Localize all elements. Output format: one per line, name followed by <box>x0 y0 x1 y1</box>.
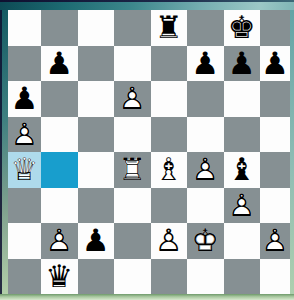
square-a8[interactable] <box>8 10 41 46</box>
square-e6[interactable] <box>151 81 188 117</box>
black-pawn-piece: ♟ <box>78 223 115 259</box>
square-a2[interactable] <box>8 223 41 259</box>
square-e5[interactable] <box>151 117 188 153</box>
square-d1[interactable] <box>114 259 151 295</box>
square-a7[interactable] <box>8 46 41 82</box>
square-f7[interactable]: ♟ <box>187 46 224 82</box>
square-d5[interactable] <box>114 117 151 153</box>
square-a6[interactable]: ♟ <box>8 81 41 117</box>
square-f2[interactable]: ♚♔ <box>187 223 224 259</box>
black-king-piece: ♚ <box>224 10 261 46</box>
square-f8[interactable] <box>187 10 224 46</box>
square-b8[interactable] <box>41 10 78 46</box>
square-b6[interactable] <box>41 81 78 117</box>
frame-top-border <box>0 2 294 10</box>
square-c3[interactable] <box>78 188 115 224</box>
square-g8[interactable]: ♚ <box>224 10 261 46</box>
square-b5[interactable] <box>41 117 78 153</box>
square-f6[interactable] <box>187 81 224 117</box>
square-b1[interactable]: ♛ <box>41 259 78 295</box>
white-pawn-piece: ♟♙ <box>224 188 261 224</box>
square-h8[interactable] <box>260 10 290 46</box>
white-pawn-piece: ♟♙ <box>8 117 41 153</box>
square-e4[interactable]: ♝♗ <box>151 152 188 188</box>
square-d2[interactable] <box>114 223 151 259</box>
square-f1[interactable] <box>187 259 224 295</box>
square-c2[interactable]: ♟ <box>78 223 115 259</box>
square-h4[interactable] <box>260 152 290 188</box>
white-queen-piece: ♛♕ <box>8 152 41 188</box>
black-pawn-piece: ♟ <box>8 81 41 117</box>
white-pawn-piece: ♟♙ <box>41 223 78 259</box>
square-h3[interactable] <box>260 188 290 224</box>
black-pawn-piece: ♟ <box>41 46 78 82</box>
square-f3[interactable] <box>187 188 224 224</box>
square-h7[interactable]: ♟ <box>260 46 290 82</box>
square-f5[interactable] <box>187 117 224 153</box>
square-f4[interactable]: ♟♙ <box>187 152 224 188</box>
square-d6[interactable]: ♟♙ <box>114 81 151 117</box>
chess-board: ♜♚♟♟♟♟♟♟♙♟♙♛♕♜♖♝♗♟♙♝♟♙♟♙♟♟♙♚♔♟♙♛ <box>8 10 290 294</box>
square-g3[interactable]: ♟♙ <box>224 188 261 224</box>
square-a1[interactable] <box>8 259 41 295</box>
square-h5[interactable] <box>260 117 290 153</box>
square-e3[interactable] <box>151 188 188 224</box>
chess-app-window: ♜♚♟♟♟♟♟♟♙♟♙♛♕♜♖♝♗♟♙♝♟♙♟♙♟♟♙♚♔♟♙♛ <box>0 0 294 300</box>
frame-left-border <box>0 10 8 294</box>
square-b2[interactable]: ♟♙ <box>41 223 78 259</box>
square-e8[interactable]: ♜ <box>151 10 188 46</box>
square-a3[interactable] <box>8 188 41 224</box>
square-g5[interactable] <box>224 117 261 153</box>
black-pawn-piece: ♟ <box>260 46 290 82</box>
square-h2[interactable]: ♟♙ <box>260 223 290 259</box>
black-bishop-piece: ♝ <box>224 152 261 188</box>
black-pawn-piece: ♟ <box>187 46 224 82</box>
square-b7[interactable]: ♟ <box>41 46 78 82</box>
white-pawn-piece: ♟♙ <box>151 223 188 259</box>
square-c7[interactable] <box>78 46 115 82</box>
square-d3[interactable] <box>114 188 151 224</box>
square-b3[interactable] <box>41 188 78 224</box>
black-pawn-piece: ♟ <box>224 46 261 82</box>
square-g4[interactable]: ♝ <box>224 152 261 188</box>
white-rook-piece: ♜♖ <box>114 152 151 188</box>
white-pawn-piece: ♟♙ <box>114 81 151 117</box>
square-g1[interactable] <box>224 259 261 295</box>
square-h6[interactable] <box>260 81 290 117</box>
white-king-piece: ♚♔ <box>187 223 224 259</box>
square-g7[interactable]: ♟ <box>224 46 261 82</box>
square-a5[interactable]: ♟♙ <box>8 117 41 153</box>
frame-right-border <box>290 10 294 294</box>
frame-bottom-border <box>0 294 294 300</box>
square-g6[interactable] <box>224 81 261 117</box>
square-d7[interactable] <box>114 46 151 82</box>
square-e7[interactable] <box>151 46 188 82</box>
white-pawn-piece: ♟♙ <box>260 223 290 259</box>
square-e1[interactable] <box>151 259 188 295</box>
black-rook-piece: ♜ <box>151 10 188 46</box>
square-c1[interactable] <box>78 259 115 295</box>
white-pawn-piece: ♟♙ <box>187 152 224 188</box>
square-b4[interactable] <box>41 152 78 188</box>
square-c4[interactable] <box>78 152 115 188</box>
square-h1[interactable] <box>260 259 290 295</box>
square-c5[interactable] <box>78 117 115 153</box>
square-g2[interactable] <box>224 223 261 259</box>
square-e2[interactable]: ♟♙ <box>151 223 188 259</box>
white-bishop-piece: ♝♗ <box>151 152 188 188</box>
square-d8[interactable] <box>114 10 151 46</box>
square-a4[interactable]: ♛♕ <box>8 152 41 188</box>
square-d4[interactable]: ♜♖ <box>114 152 151 188</box>
square-c6[interactable] <box>78 81 115 117</box>
black-queen-piece: ♛ <box>41 259 78 295</box>
square-c8[interactable] <box>78 10 115 46</box>
